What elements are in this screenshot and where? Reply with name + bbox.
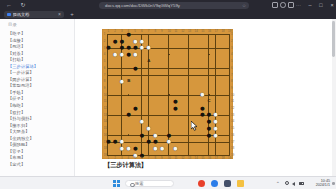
board-coordinate: 1 [107,157,109,160]
board-coordinate: 4 [128,30,130,33]
black-stone[interactable]: ● [132,145,139,152]
white-stone[interactable]: ● [139,118,146,125]
tray-clock[interactable]: 10:45 2024/1/1 [316,179,330,188]
board-coordinate: 4 [231,53,233,56]
menu-icon[interactable]: ⋯ [296,2,301,8]
black-stone[interactable]: ● [112,38,119,45]
board-coordinate: 15 [201,30,204,33]
white-stone[interactable]: ● [139,38,146,45]
board-coordinate: 5 [104,60,106,63]
star-point [168,54,170,56]
board-coordinate: 19 [231,154,234,157]
tray-expand-icon[interactable]: ⌃ [276,177,280,189]
black-stone[interactable]: ● [125,44,132,51]
black-stone[interactable]: ● [172,98,179,105]
start-button[interactable] [113,180,120,187]
diagram-caption: 【三步计算法】 [104,161,147,170]
tab-favicon [7,13,11,17]
windows-taskbar: 搜索 ⌃ 10:45 2024/1/1 [0,176,336,189]
board-coordinate: 9 [161,30,163,33]
tab-close-icon[interactable]: × [57,11,63,19]
taskbar-search[interactable]: 搜索 [125,180,174,188]
black-stone[interactable]: ● [112,138,119,145]
board-coordinate: 7 [231,74,233,77]
network-icon[interactable] [285,181,289,185]
white-stone[interactable]: ● [165,138,172,145]
notification-dot[interactable] [332,182,335,185]
white-stone[interactable]: ● [132,38,139,45]
star-point [128,94,130,96]
board-coordinate: 7 [148,30,150,33]
black-stone[interactable]: ● [199,105,206,112]
file-explorer-icon[interactable] [237,180,244,187]
tray-date: 2024/1/1 [316,183,330,188]
black-stone[interactable]: ● [206,125,213,132]
board-coordinate: 9 [104,87,106,90]
board-coordinate: 7 [148,157,150,160]
go-board-grid[interactable]: ●●●●●●●●●●●●●●●●●●●●●●●●●●●●●●●●●●●●●●●●… [107,34,230,157]
black-stone[interactable]: ● [132,44,139,51]
tab-title: 腾讯文档 [13,11,55,19]
board-coordinate: 19 [104,154,107,157]
board-coordinate: 1 [107,30,109,33]
board-coordinate: 11 [174,30,177,33]
volume-icon[interactable] [292,182,295,186]
search-icon [130,183,135,188]
back-icon[interactable]: ← [4,0,14,10]
board-coordinate: 2 [104,40,106,43]
black-stone[interactable]: ● [139,132,146,139]
board-coordinate: 3 [231,47,233,50]
board-coordinate: 15 [231,127,234,130]
white-stone[interactable]: ● [112,51,119,58]
board-coordinate: 2 [114,157,116,160]
address-bar[interactable]: docs.qq.com/doc/DWk0nV9qGWqY59y [99,2,249,9]
browser-chrome: ← ↻ docs.qq.com/doc/DWk0nV9qGWqY59y ☆ ⋯ … [0,0,336,19]
board-coordinate: 17 [215,157,218,160]
sidebar-item[interactable]: 【定式】 [8,162,72,169]
board-coordinate: 14 [195,157,198,160]
scrollbar-thumb[interactable] [332,21,335,57]
browser-tab[interactable]: 腾讯文档 × [4,11,64,19]
point-label: C [208,99,211,103]
white-stone[interactable]: ● [139,44,146,51]
board-coordinate: 18 [231,147,234,150]
black-stone[interactable]: ● [132,65,139,72]
board-coordinate: 5 [231,60,233,63]
board-coordinate: 10 [168,30,171,33]
star-point [208,134,210,136]
battery-icon[interactable] [299,182,304,185]
star-point [128,134,130,136]
board-coordinate: 17 [104,141,107,144]
black-stone[interactable]: ● [199,111,206,118]
refresh-icon[interactable]: ↻ [18,0,28,10]
app-icon[interactable] [224,180,231,187]
board-coordinate: 16 [208,30,211,33]
board-coordinate: 10 [231,94,234,97]
board-coordinate: 16 [208,157,211,160]
board-coordinate: 6 [231,67,233,70]
mouse-cursor-icon [191,121,199,131]
white-stone[interactable]: ● [118,138,125,145]
document-outline-sidebar: 目录 【吃子】【连接】【死活】【对杀】【打劫】【三步计算法】【一步计算】【两步计… [0,19,75,176]
board-coordinate: 12 [181,30,184,33]
board-coordinate: 11 [104,100,107,103]
board-coordinate: 6 [104,67,106,70]
board-coordinate: 11 [174,157,177,160]
board-coordinate: 7 [104,74,106,77]
board-coordinate: 8 [154,30,156,33]
white-stone[interactable]: ● [199,91,206,98]
white-stone[interactable]: ● [159,145,166,152]
black-stone[interactable]: ● [152,138,159,145]
white-stone[interactable]: ● [118,78,125,85]
white-stone[interactable]: ● [152,145,159,152]
board-coordinate: 10 [168,157,171,160]
board-coordinate: 9 [231,87,233,90]
outline-header: 目录 [8,22,17,27]
board-coordinate: 16 [231,134,234,137]
board-coordinate: 18 [221,157,224,160]
board-coordinate: 12 [181,157,184,160]
black-stone[interactable]: ● [118,44,125,51]
star-point [168,94,170,96]
outline-list: 【吃子】【连接】【死活】【对杀】【打劫】【三步计算法】【一步计算】【两步计算】【… [8,31,72,168]
extensions-icon[interactable] [288,2,294,8]
new-tab-button[interactable]: + [68,11,76,19]
board-coordinate: 16 [104,134,107,137]
board-coordinate: 15 [104,127,107,130]
close-button[interactable]: × [326,0,336,10]
board-coordinate: 2 [114,30,116,33]
browser-app-icon[interactable] [198,180,205,187]
star-point [208,94,210,96]
board-coordinate: 2 [231,40,233,43]
white-stone[interactable]: ● [152,132,159,139]
bookmark-star-icon[interactable]: ☆ [240,2,248,9]
board-coordinate: 3 [121,30,123,33]
collections-icon[interactable] [272,2,278,8]
board-coordinate: 13 [188,157,191,160]
point-label: B [127,79,130,83]
board-coordinate: 8 [231,80,233,83]
point-label: A [147,59,150,63]
board-coordinate: 6 [141,30,143,33]
profile-icon[interactable] [280,2,286,8]
white-stone[interactable]: ● [212,118,219,125]
white-stone[interactable]: ● [172,145,179,152]
black-stone[interactable]: ● [105,44,112,51]
black-stone[interactable]: ● [125,111,132,118]
board-coordinate: 1 [104,33,106,36]
white-stone[interactable]: ● [145,125,152,132]
board-coordinate: 4 [104,53,106,56]
board-coordinate: 5 [134,30,136,33]
black-stone[interactable]: ● [132,105,139,112]
edge-app-icon[interactable] [211,180,218,187]
board-coordinate: 6 [141,157,143,160]
white-stone[interactable]: ● [212,125,219,132]
star-point [168,134,170,136]
board-coordinate: 17 [215,30,218,33]
black-stone[interactable]: ● [172,105,179,112]
board-coordinate: 8 [104,80,106,83]
white-stone[interactable]: ● [212,132,219,139]
white-stone[interactable]: ● [125,145,132,152]
search-label: 搜索 [135,181,143,188]
board-coordinate: 15 [201,157,204,160]
board-coordinate: 18 [221,30,224,33]
board-coordinate: 19 [228,157,231,160]
board-coordinate: 3 [104,47,106,50]
board-coordinate: 4 [128,157,130,160]
board-coordinate: 12 [104,107,107,110]
white-stone[interactable]: ● [118,51,125,58]
board-coordinate: 17 [231,141,234,144]
board-coordinate: 8 [154,157,156,160]
go-board[interactable]: ●●●●●●●●●●●●●●●●●●●●●●●●●●●●●●●●●●●●●●●●… [102,29,233,159]
board-coordinate: 13 [188,30,191,33]
board-coordinate: 14 [104,120,107,123]
board-coordinate: 19 [228,30,231,33]
board-coordinate: 3 [121,157,123,160]
black-stone[interactable]: ● [206,118,213,125]
black-stone[interactable]: ● [145,138,152,145]
star-point [128,54,130,56]
board-coordinate: 12 [231,107,234,110]
board-coordinate: 5 [134,157,136,160]
white-stone[interactable]: ● [132,51,139,58]
board-coordinate: 14 [231,120,234,123]
board-coordinate: 11 [231,100,234,103]
board-coordinate: 18 [104,147,107,150]
star-point [208,54,210,56]
board-coordinate: 1 [231,33,233,36]
white-stone[interactable]: ● [145,44,152,51]
white-stone[interactable]: ● [212,111,219,118]
document-canvas[interactable]: ●●●●●●●●●●●●●●●●●●●●●●●●●●●●●●●●●●●●●●●●… [75,19,332,176]
black-stone[interactable]: ● [118,38,125,45]
board-coordinate: 14 [195,30,198,33]
board-coordinate: 13 [231,114,234,117]
board-coordinate: 9 [161,157,163,160]
black-stone[interactable]: ● [206,111,213,118]
white-stone[interactable]: ● [118,145,125,152]
board-coordinate: 10 [104,94,107,97]
board-coordinate: 13 [104,114,107,117]
